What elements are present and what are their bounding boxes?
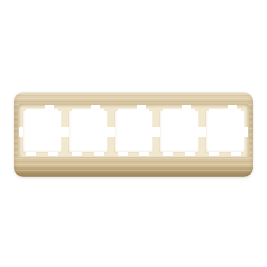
frame-face (14, 92, 253, 177)
aperture-corner-step (58, 108, 62, 111)
aperture-window (205, 108, 245, 153)
aperture-corner-step (104, 108, 108, 111)
aperture-window (114, 108, 154, 153)
claw-notch-left (65, 127, 69, 137)
claw-notch-top (228, 105, 237, 109)
aperture-corner-step (22, 108, 26, 111)
aperture-window (159, 108, 199, 153)
claw-notch-left (202, 127, 206, 137)
claw-notch-bottom-left (26, 152, 36, 156)
aperture-corner-step (68, 108, 72, 111)
claw-notch-bottom-right (48, 152, 58, 156)
claw-notch-bottom-left (209, 152, 219, 156)
inner-plate (18, 104, 249, 157)
claw-notch-bottom-left (163, 152, 173, 156)
claw-notch-right (244, 127, 248, 137)
aperture-corner-step (149, 108, 153, 111)
aperture-corner-step (205, 108, 209, 111)
claw-notch-left (156, 127, 160, 137)
claw-notch-left (111, 127, 115, 137)
claw-notch-bottom-right (185, 152, 195, 156)
claw-notch-top (182, 105, 191, 109)
claw-notch-bottom-right (139, 152, 149, 156)
claw-notch-bottom-right (94, 152, 104, 156)
claw-notch-bottom-right (231, 152, 241, 156)
claw-notch-top (45, 105, 54, 109)
claw-notch-top (91, 105, 100, 109)
aperture-window (68, 108, 108, 153)
aperture-corner-step (159, 108, 163, 111)
aperture-corner-step (114, 108, 118, 111)
aperture-corner-step (195, 108, 199, 111)
claw-notch-bottom-left (118, 152, 128, 156)
claw-notch-left (19, 127, 23, 137)
claw-notch-bottom-left (72, 152, 82, 156)
aperture-corner-step (241, 108, 245, 111)
product-photo (0, 0, 267, 267)
aperture-window (22, 108, 62, 153)
claw-notch-top (137, 105, 146, 109)
